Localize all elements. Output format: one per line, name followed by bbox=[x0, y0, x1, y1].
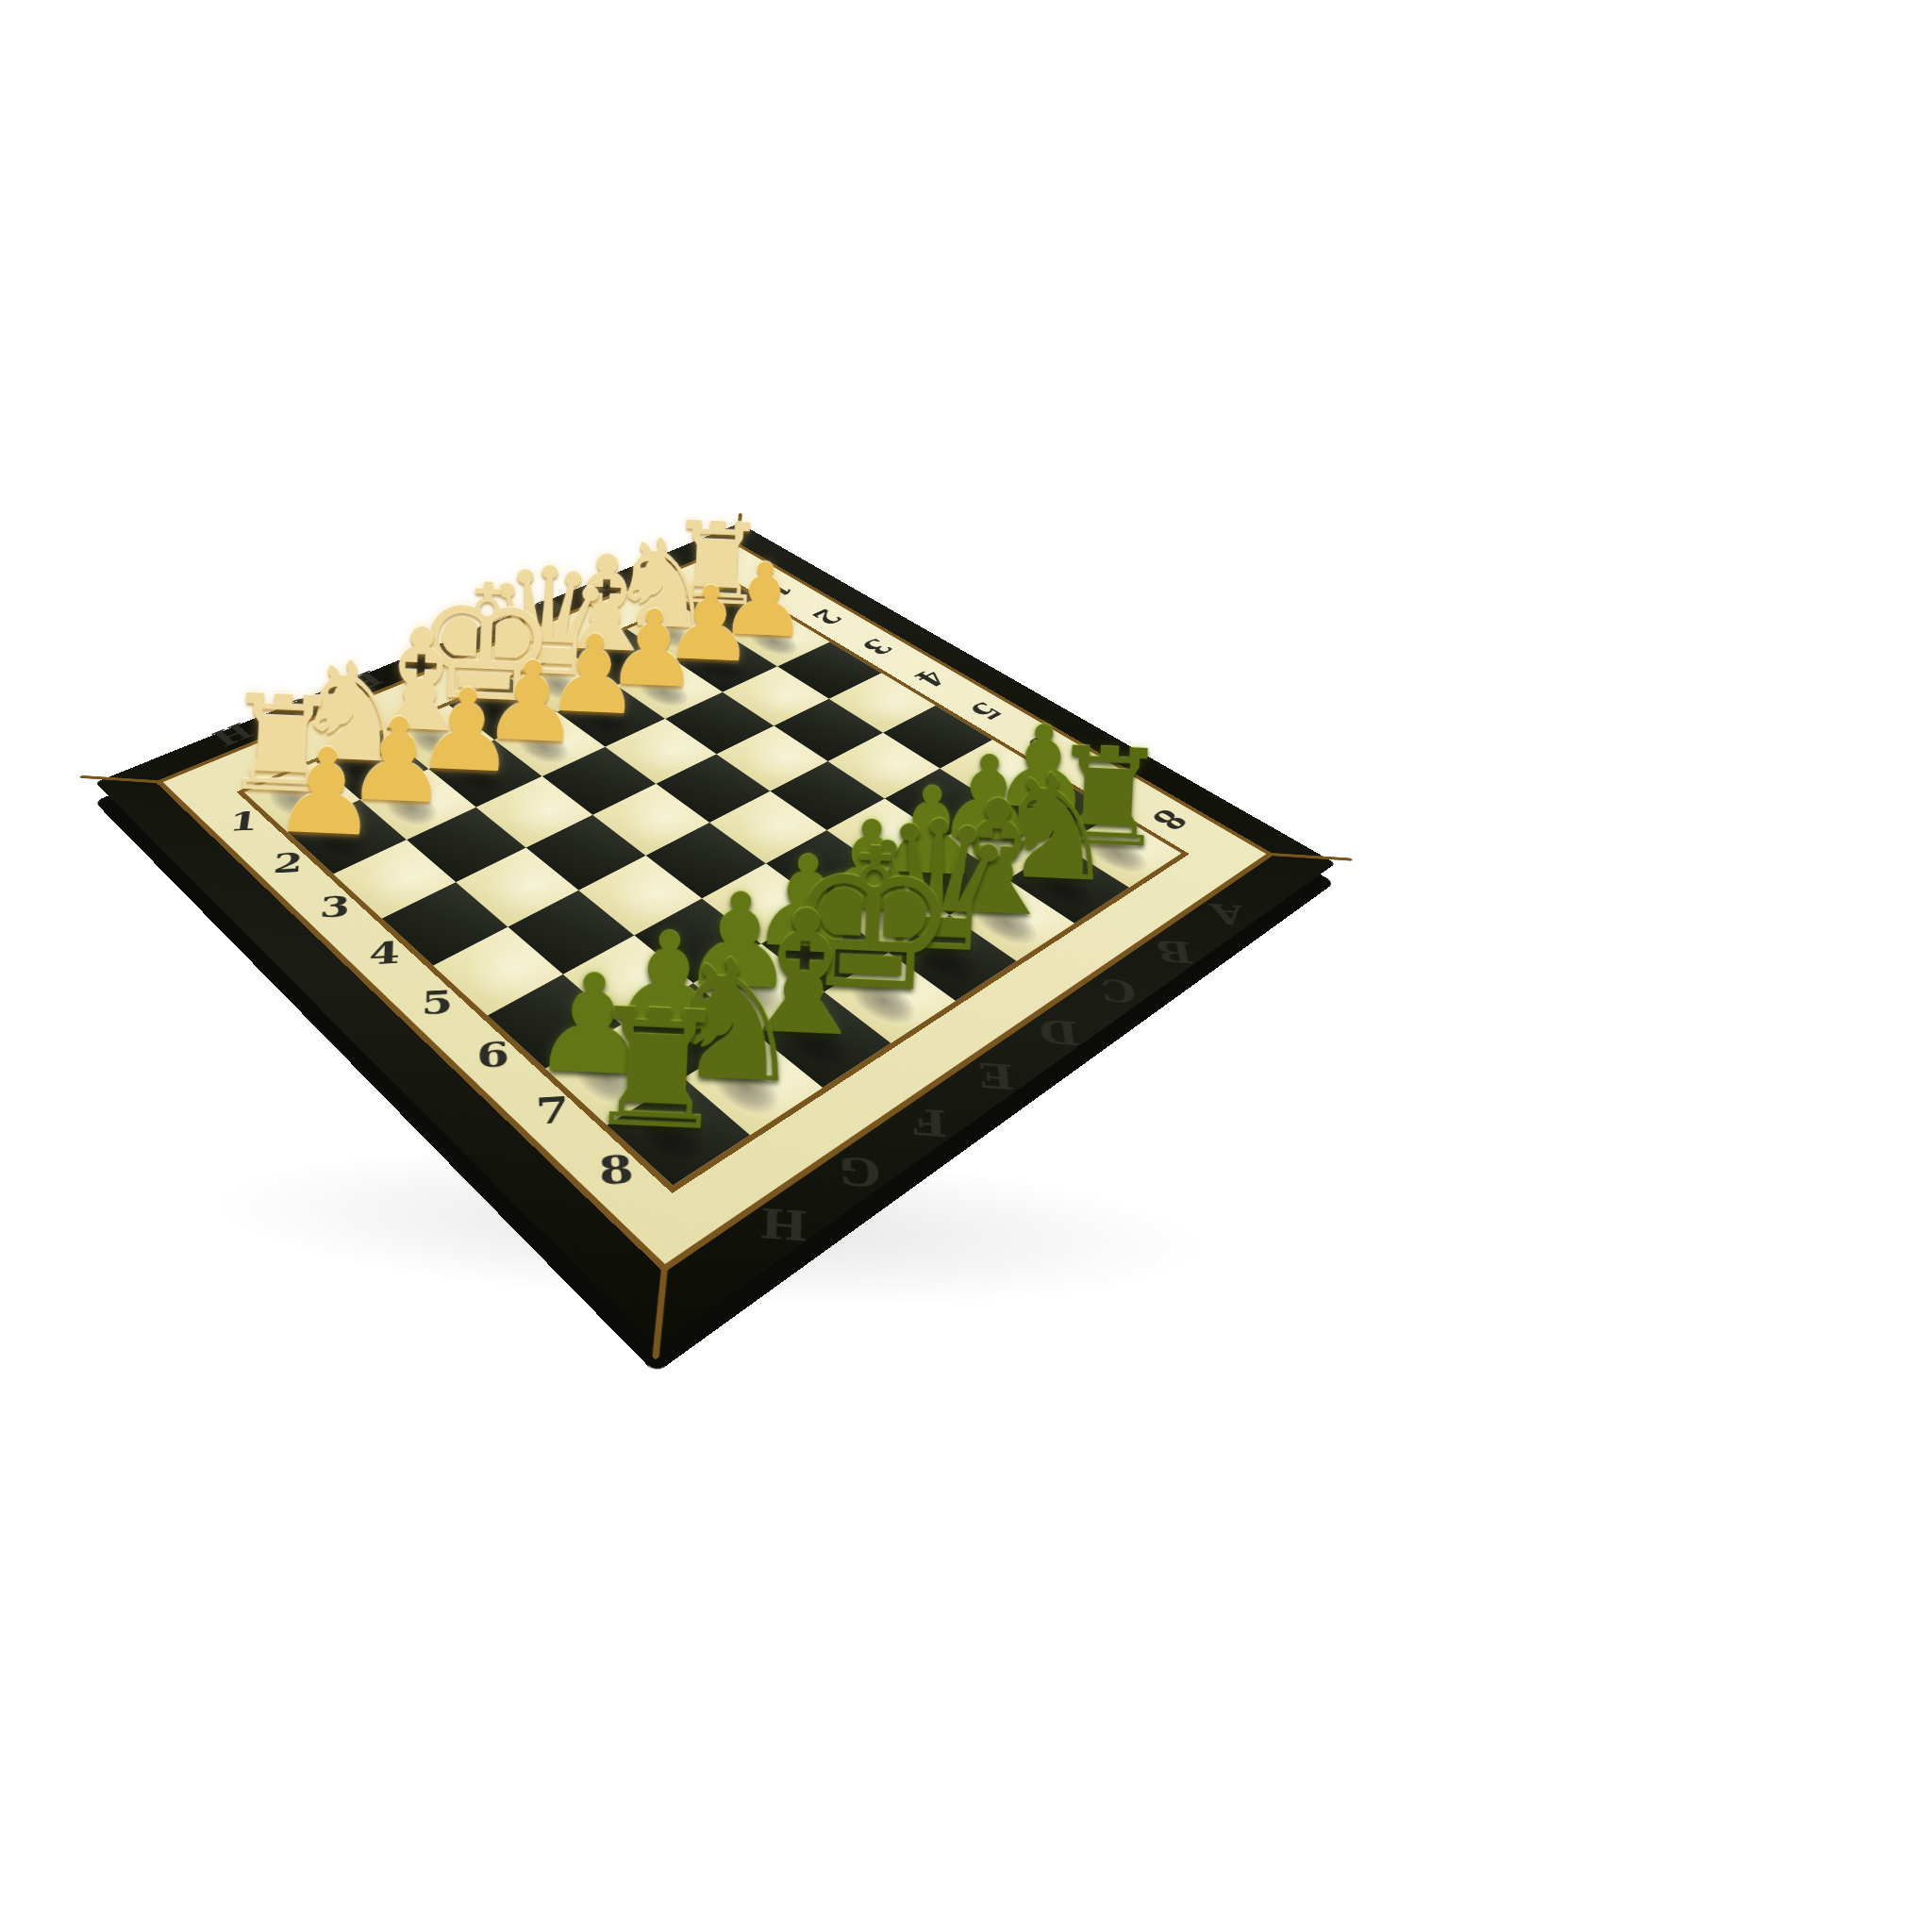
piece-white-pawn[interactable]: ♟ bbox=[271, 736, 381, 849]
coord-label-a: A bbox=[1189, 884, 1267, 945]
border-miter-corner bbox=[1266, 830, 1353, 884]
coord-label-h: H bbox=[743, 1180, 824, 1270]
coord-label-e: E bbox=[958, 1039, 1036, 1114]
border-miter-corner bbox=[603, 1264, 718, 1359]
coord-label-g: G bbox=[821, 1130, 897, 1215]
playing-area-8x8: ♜♟♟♜♞♟♟♞♝♟♟♝♛♟♟♛♚♟♟♚♝♟♟♝♞♟♟♞♜♟♟♜ bbox=[237, 580, 1190, 1192]
border-miter-corner bbox=[79, 755, 162, 805]
piece-black-rook[interactable]: ♜ bbox=[581, 993, 733, 1149]
coord-label-f: F bbox=[892, 1083, 969, 1163]
coord-label-d: D bbox=[1021, 997, 1098, 1069]
coord-label-c: C bbox=[1080, 958, 1158, 1025]
